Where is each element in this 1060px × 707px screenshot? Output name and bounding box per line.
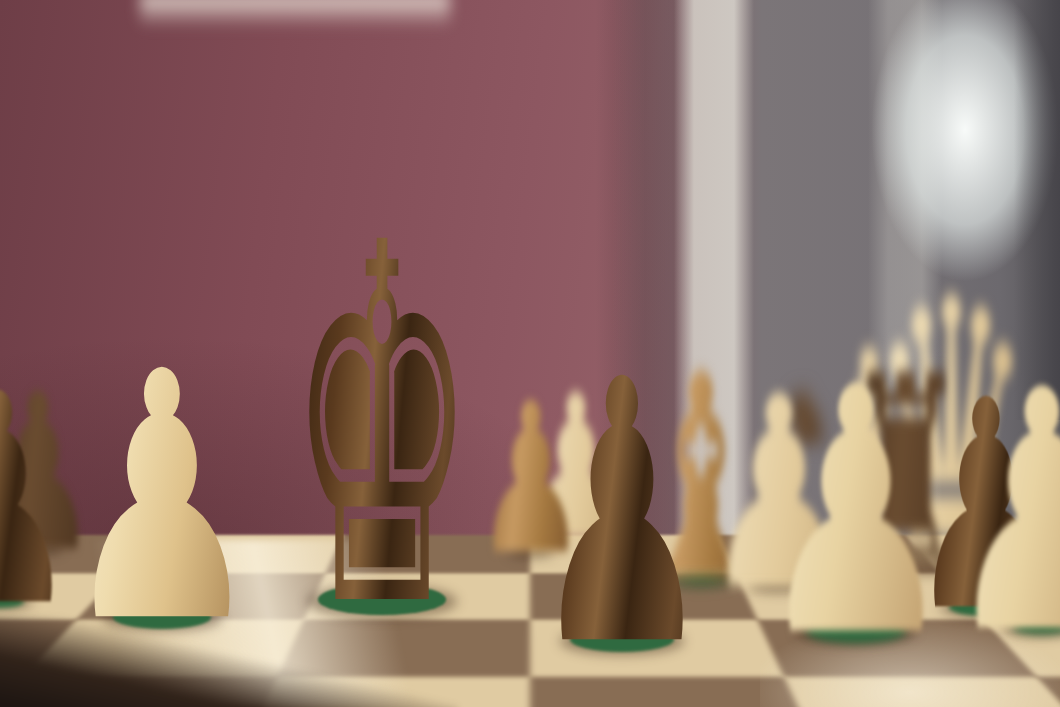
piece-black-pawn: ♟ <box>531 333 713 695</box>
piece-black-king: ♚ <box>289 181 475 675</box>
chess-photo-scene: ♟♟♟♚♟♟♟♝♞♟♟♝♜♛♟♟ <box>0 0 1060 707</box>
piece-white-pawn: ♟ <box>944 347 1060 678</box>
ceiling-light-blur <box>140 0 450 28</box>
table-edge-dark-corner <box>0 616 458 707</box>
